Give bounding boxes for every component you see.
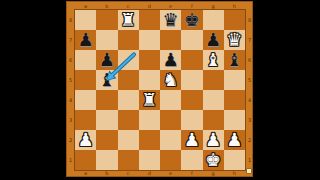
square-c5[interactable] xyxy=(118,70,139,90)
rank-label-8: 8 xyxy=(246,10,253,30)
file-label-d: d xyxy=(139,170,160,176)
square-f8[interactable]: ♚ xyxy=(181,10,202,30)
file-label-f: f xyxy=(181,170,202,176)
piece-white-queen-h7[interactable]: ♛ xyxy=(224,30,245,50)
rank-label-8: 8 xyxy=(67,10,74,30)
square-h4[interactable] xyxy=(224,90,245,110)
square-c3[interactable] xyxy=(118,110,139,130)
file-label-g: g xyxy=(203,3,224,9)
square-b3[interactable] xyxy=(96,110,117,130)
rank-label-4: 4 xyxy=(246,90,253,110)
square-a1[interactable] xyxy=(75,150,96,170)
rank-label-6: 6 xyxy=(67,50,74,70)
square-e8[interactable]: ♛ xyxy=(160,10,181,30)
square-e6[interactable]: ♟ xyxy=(160,50,181,70)
piece-black-pawn-a7[interactable]: ♟ xyxy=(75,30,96,50)
file-label-d: d xyxy=(139,3,160,9)
square-e1[interactable] xyxy=(160,150,181,170)
square-c1[interactable] xyxy=(118,150,139,170)
square-c4[interactable] xyxy=(118,90,139,110)
piece-white-knight-e5[interactable]: ♞ xyxy=(160,70,181,90)
square-c6[interactable] xyxy=(118,50,139,70)
rank-label-5: 5 xyxy=(246,70,253,90)
square-a7[interactable]: ♟ xyxy=(75,30,96,50)
square-c8[interactable]: ♜ xyxy=(118,10,139,30)
rank-label-3: 3 xyxy=(246,110,253,130)
square-b8[interactable] xyxy=(96,10,117,30)
file-label-c: c xyxy=(118,170,139,176)
piece-black-king-f8[interactable]: ♚ xyxy=(181,10,202,30)
square-d2[interactable] xyxy=(139,130,160,150)
square-f5[interactable] xyxy=(181,70,202,90)
square-c7[interactable] xyxy=(118,30,139,50)
file-label-a: a xyxy=(75,3,96,9)
file-label-b: b xyxy=(96,3,117,9)
square-h8[interactable] xyxy=(224,10,245,30)
board-grid: ♜♛♚♟♟♛♟♟♝♝♝♞♜♟♟♟♟♚ xyxy=(75,10,245,170)
piece-white-pawn-h2[interactable]: ♟ xyxy=(224,130,245,150)
rank-label-3: 3 xyxy=(67,110,74,130)
piece-black-pawn-g7[interactable]: ♟ xyxy=(203,30,224,50)
square-f3[interactable] xyxy=(181,110,202,130)
square-d8[interactable] xyxy=(139,10,160,30)
file-label-e: e xyxy=(160,170,181,176)
square-g8[interactable] xyxy=(203,10,224,30)
file-label-b: b xyxy=(96,170,117,176)
square-e3[interactable] xyxy=(160,110,181,130)
piece-white-king-g1[interactable]: ♚ xyxy=(203,150,224,170)
square-a3[interactable] xyxy=(75,110,96,130)
piece-black-bishop-b5[interactable]: ♝ xyxy=(96,70,117,90)
file-label-a: a xyxy=(75,170,96,176)
file-label-h: h xyxy=(224,170,245,176)
rank-label-7: 7 xyxy=(67,30,74,50)
square-e2[interactable] xyxy=(160,130,181,150)
square-d5[interactable] xyxy=(139,70,160,90)
rank-labels-left: 87654321 xyxy=(67,10,74,170)
square-b7[interactable] xyxy=(96,30,117,50)
square-g7[interactable]: ♟ xyxy=(203,30,224,50)
square-h1[interactable] xyxy=(224,150,245,170)
chessboard-screenshot: abcdefgh abcdefgh 87654321 87654321 ♜♛♚♟… xyxy=(0,0,320,180)
piece-white-pawn-a2[interactable]: ♟ xyxy=(75,130,96,150)
square-e7[interactable] xyxy=(160,30,181,50)
square-f6[interactable] xyxy=(181,50,202,70)
square-g4[interactable] xyxy=(203,90,224,110)
piece-white-pawn-f2[interactable]: ♟ xyxy=(181,130,202,150)
square-d1[interactable] xyxy=(139,150,160,170)
square-f2[interactable]: ♟ xyxy=(181,130,202,150)
square-b6[interactable]: ♟ xyxy=(96,50,117,70)
rank-label-4: 4 xyxy=(67,90,74,110)
square-a6[interactable] xyxy=(75,50,96,70)
piece-white-bishop-g6[interactable]: ♝ xyxy=(203,50,224,70)
rank-label-2: 2 xyxy=(67,130,74,150)
square-e5[interactable]: ♞ xyxy=(160,70,181,90)
square-b2[interactable] xyxy=(96,130,117,150)
square-c2[interactable] xyxy=(118,130,139,150)
square-a5[interactable] xyxy=(75,70,96,90)
square-f4[interactable] xyxy=(181,90,202,110)
square-h7[interactable]: ♛ xyxy=(224,30,245,50)
square-a8[interactable] xyxy=(75,10,96,30)
piece-black-pawn-e6[interactable]: ♟ xyxy=(160,50,181,70)
rank-label-6: 6 xyxy=(246,50,253,70)
file-labels-top: abcdefgh xyxy=(75,3,245,9)
file-label-g: g xyxy=(203,170,224,176)
piece-black-pawn-b6[interactable]: ♟ xyxy=(96,50,117,70)
piece-white-rook-c8[interactable]: ♜ xyxy=(118,10,139,30)
file-label-h: h xyxy=(224,3,245,9)
square-e4[interactable] xyxy=(160,90,181,110)
square-g2[interactable]: ♟ xyxy=(203,130,224,150)
square-a2[interactable]: ♟ xyxy=(75,130,96,150)
square-g5[interactable] xyxy=(203,70,224,90)
piece-black-queen-e8[interactable]: ♛ xyxy=(160,10,181,30)
chess-board: abcdefgh abcdefgh 87654321 87654321 ♜♛♚♟… xyxy=(66,1,253,177)
square-d4[interactable]: ♜ xyxy=(139,90,160,110)
rank-label-1: 1 xyxy=(67,150,74,170)
square-h2[interactable]: ♟ xyxy=(224,130,245,150)
square-h6[interactable]: ♝ xyxy=(224,50,245,70)
square-b5[interactable]: ♝ xyxy=(96,70,117,90)
square-f7[interactable] xyxy=(181,30,202,50)
square-d7[interactable] xyxy=(139,30,160,50)
rank-label-7: 7 xyxy=(246,30,253,50)
rank-label-2: 2 xyxy=(246,130,253,150)
square-d3[interactable] xyxy=(139,110,160,130)
square-d6[interactable] xyxy=(139,50,160,70)
square-b4[interactable] xyxy=(96,90,117,110)
square-g3[interactable] xyxy=(203,110,224,130)
piece-white-rook-d4[interactable]: ♜ xyxy=(139,90,160,110)
rank-label-5: 5 xyxy=(67,70,74,90)
rank-labels-right: 87654321 xyxy=(246,10,253,170)
square-f1[interactable] xyxy=(181,150,202,170)
square-g1[interactable]: ♚ xyxy=(203,150,224,170)
square-g6[interactable]: ♝ xyxy=(203,50,224,70)
piece-black-bishop-h6[interactable]: ♝ xyxy=(224,50,245,70)
square-h3[interactable] xyxy=(224,110,245,130)
square-h5[interactable] xyxy=(224,70,245,90)
file-labels-bottom: abcdefgh xyxy=(75,170,245,176)
square-b1[interactable] xyxy=(96,150,117,170)
square-a4[interactable] xyxy=(75,90,96,110)
piece-white-pawn-g2[interactable]: ♟ xyxy=(203,130,224,150)
side-to-move-indicator xyxy=(247,169,251,173)
rank-label-1: 1 xyxy=(246,150,253,170)
